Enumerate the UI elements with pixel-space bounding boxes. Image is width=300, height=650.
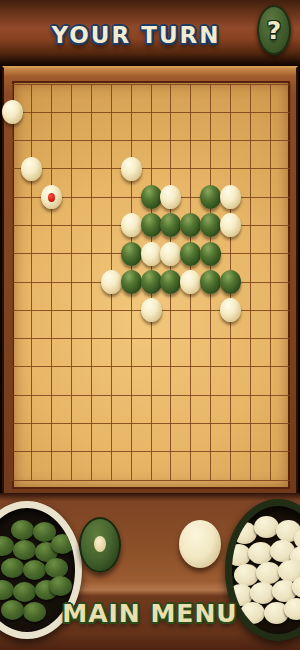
bowl-stone-green <box>23 560 46 580</box>
main-menu-button[interactable]: MAIN MENU <box>0 599 300 628</box>
turn-status-label: YOUR TURN <box>0 22 272 48</box>
bowl-stone-green <box>13 540 36 560</box>
bowl-stone-green <box>45 558 68 578</box>
question-mark-icon: ? <box>267 18 282 43</box>
bowl-stone-green <box>0 580 14 600</box>
bowl-stone-green <box>51 534 74 554</box>
board-frame <box>2 66 298 497</box>
green-stone-eye <box>94 536 106 552</box>
game-screen: YOUR TURN ? MAIN MENU <box>0 0 300 650</box>
stone-tray-area: MAIN MENU <box>0 493 300 650</box>
bowl-stone-green <box>1 558 24 578</box>
top-bar: YOUR TURN ? <box>0 0 300 66</box>
green-stone-indicator <box>79 517 121 573</box>
board-surface <box>12 81 290 489</box>
help-button[interactable]: ? <box>257 5 291 55</box>
bowl-stone-white <box>254 516 279 538</box>
bowl-stone-green <box>11 520 34 540</box>
bowl-stone-green <box>49 576 72 596</box>
white-stone-indicator <box>179 520 221 568</box>
bowl-stone-green <box>0 536 14 556</box>
